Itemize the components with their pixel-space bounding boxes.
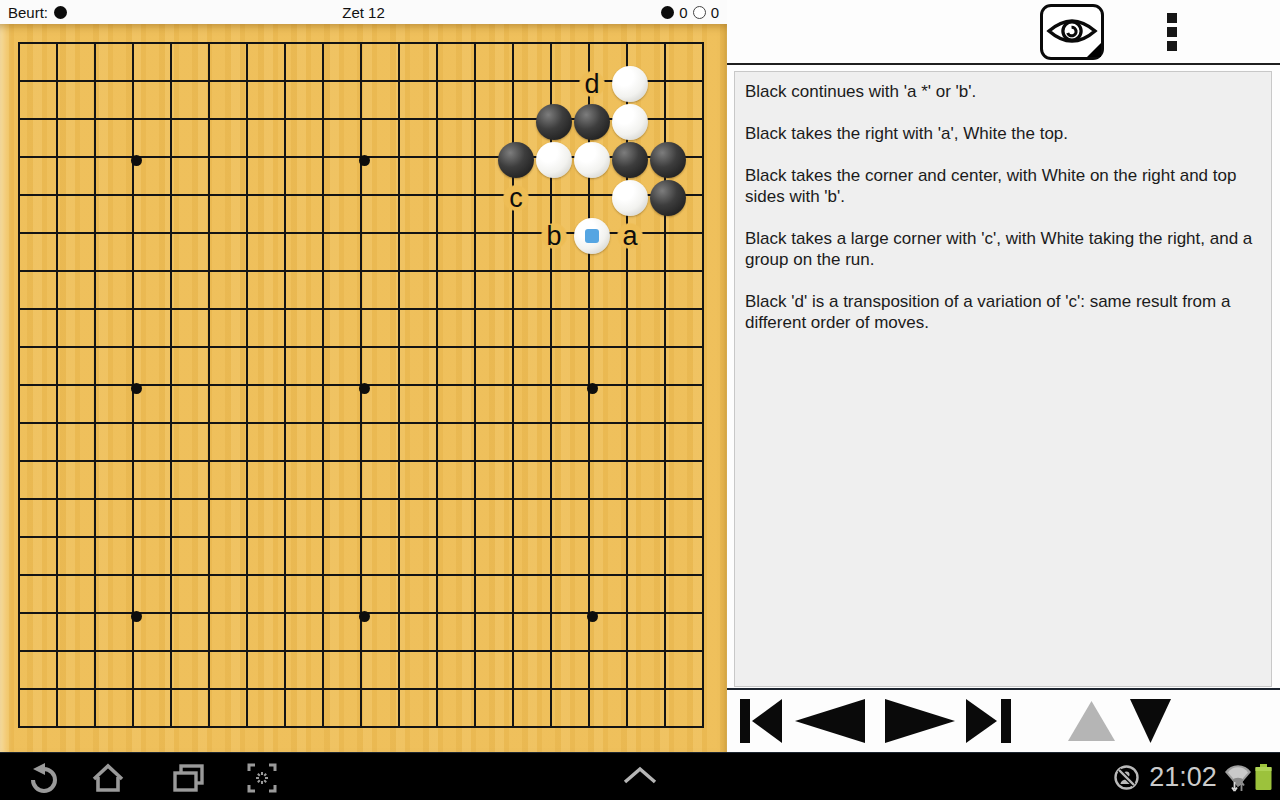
interruptions-blocked-icon <box>1113 764 1140 791</box>
black-stone <box>612 142 648 178</box>
move-number-label: Zet 12 <box>342 4 385 21</box>
black-stone <box>574 104 610 140</box>
black-stone-S15 <box>649 179 687 217</box>
comment-paragraph: Black takes the right with 'a', White th… <box>745 123 1255 144</box>
white-stone-Q14 <box>573 217 611 255</box>
comment-paragraph: Black takes a large corner with 'c', wit… <box>745 228 1255 270</box>
android-navigation-bar: 21:02 <box>0 752 1280 800</box>
home-icon[interactable] <box>90 761 126 795</box>
go-board[interactable]: dcba <box>0 24 727 752</box>
battery-icon <box>1254 763 1273 791</box>
go-board-grid: dcba <box>3 27 725 749</box>
overflow-dot-icon <box>1167 27 1177 37</box>
wifi-icon <box>1224 763 1252 792</box>
show-variations-button[interactable] <box>1040 4 1104 60</box>
white-stone-R15 <box>611 179 649 217</box>
white-captures-count: 0 <box>711 4 719 21</box>
star-point <box>131 155 142 166</box>
white-stone <box>612 180 648 216</box>
app-top-bar: Beurt: Zet 12 0 0 <box>0 0 727 24</box>
overflow-menu-button[interactable] <box>1167 13 1178 55</box>
right-panel: Black continues with 'a *' or 'b'. Black… <box>727 0 1280 752</box>
star-point <box>587 611 598 622</box>
star-point <box>131 383 142 394</box>
recent-apps-icon[interactable] <box>170 761 206 795</box>
star-point <box>131 611 142 622</box>
variation-label-d[interactable]: d <box>573 65 611 103</box>
white-stone-P16 <box>535 141 573 179</box>
previous-move-button[interactable] <box>795 699 865 743</box>
black-stone <box>650 142 686 178</box>
white-stone-R17 <box>611 103 649 141</box>
comment-panel[interactable]: Black continues with 'a *' or 'b'. Black… <box>734 71 1272 687</box>
black-stone-R16 <box>611 141 649 179</box>
white-stone <box>612 66 648 102</box>
comment-paragraph: Black continues with 'a *' or 'b'. <box>745 81 1255 102</box>
star-point <box>359 611 370 622</box>
corner-fold-icon <box>1087 43 1101 57</box>
first-move-button[interactable] <box>740 699 782 743</box>
white-stone-Q16 <box>573 141 611 179</box>
black-stone <box>536 104 572 140</box>
black-stone <box>650 180 686 216</box>
star-point <box>359 155 370 166</box>
back-icon[interactable] <box>26 761 62 795</box>
black-captures-count: 0 <box>679 4 687 21</box>
white-stone-R18 <box>611 65 649 103</box>
white-captures-icon <box>693 6 706 19</box>
screenshot-icon[interactable] <box>244 761 280 795</box>
star-point <box>587 383 598 394</box>
variation-down-button[interactable] <box>1130 699 1171 743</box>
screen: Beurt: Zet 12 0 0 dcba <box>0 0 1280 800</box>
expand-up-chevron-icon[interactable] <box>623 766 657 784</box>
turn-black-stone-icon <box>54 6 67 19</box>
variation-label-b[interactable]: b <box>535 217 573 255</box>
black-stone-S16 <box>649 141 687 179</box>
black-stone-Q17 <box>573 103 611 141</box>
clock: 21:02 <box>1143 753 1223 800</box>
overflow-dot-icon <box>1167 41 1177 51</box>
star-point <box>359 383 370 394</box>
black-stone-O16 <box>497 141 535 179</box>
variation-up-button[interactable] <box>1068 701 1115 742</box>
black-captures-icon <box>661 6 674 19</box>
black-stone <box>498 142 534 178</box>
white-stone <box>574 142 610 178</box>
turn-label: Beurt: <box>8 4 48 21</box>
variation-label-a[interactable]: a <box>611 217 649 255</box>
overflow-dot-icon <box>1167 13 1177 23</box>
comment-paragraph: Black 'd' is a transposition of a variat… <box>745 291 1255 333</box>
last-move-button[interactable] <box>966 699 1011 743</box>
white-stone <box>574 218 610 254</box>
white-stone <box>536 142 572 178</box>
black-stone-P17 <box>535 103 573 141</box>
variation-label-c[interactable]: c <box>497 179 535 217</box>
next-move-button[interactable] <box>885 699 955 743</box>
last-move-marker <box>585 229 599 243</box>
move-navigation-bar <box>727 688 1280 752</box>
action-bar <box>727 0 1280 65</box>
comment-paragraph: Black takes the corner and center, with … <box>745 165 1255 207</box>
white-stone <box>612 104 648 140</box>
